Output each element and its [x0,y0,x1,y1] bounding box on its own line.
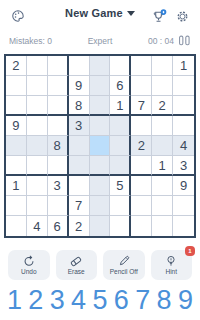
erase-button[interactable]: Erase [56,250,98,280]
cell-r8c2[interactable] [27,196,48,216]
cell-r4c2[interactable] [27,116,48,136]
chevron-down-icon [127,11,135,16]
pencil-button[interactable]: Pencil Off [103,250,145,280]
header: New Game [0,0,200,26]
cell-r8c5[interactable] [90,196,111,216]
numpad: 123456789 [0,280,200,314]
cell-r6c8[interactable]: 1 [152,156,173,176]
cell-r5c4[interactable] [69,136,90,156]
cell-r5c7[interactable]: 2 [131,136,152,156]
pencil-label: Pencil Off [110,268,138,275]
cell-r2c6[interactable]: 6 [110,76,131,96]
hint-label: Hint [165,268,177,275]
cell-r3c6[interactable]: 1 [110,96,131,116]
cell-r1c7[interactable] [131,56,152,76]
cell-r1c2[interactable] [27,56,48,76]
numpad-1[interactable]: 1 [7,287,22,314]
difficulty-label: Expert [88,36,113,46]
cell-r5c8[interactable] [152,136,173,156]
board: 21968172938241313597462 [4,54,196,238]
cell-r1c9[interactable]: 1 [173,56,194,76]
numpad-6[interactable]: 6 [114,287,129,314]
cell-r6c9[interactable]: 3 [173,156,194,176]
cell-r6c6[interactable] [110,156,131,176]
status-bar: Mistakes: 0 Expert 00 : 04 [0,26,200,46]
cell-r4c9[interactable] [173,116,194,136]
cell-r2c4[interactable]: 9 [69,76,90,96]
cell-r4c6[interactable] [110,116,131,136]
numpad-2[interactable]: 2 [28,287,43,314]
cell-r9c2[interactable]: 4 [27,216,48,236]
cell-r3c5[interactable] [90,96,111,116]
numpad-4[interactable]: 4 [71,287,86,314]
numpad-8[interactable]: 8 [157,287,172,314]
cell-r2c1[interactable] [6,76,27,96]
cell-r9c1[interactable] [6,216,27,236]
cell-r6c4[interactable] [69,156,90,176]
pencil-icon [118,255,130,267]
cell-r8c3[interactable] [48,196,69,216]
cell-r2c3[interactable] [48,76,69,96]
cell-r5c1[interactable] [6,136,27,156]
timer-label: 00 : 04 [148,36,174,46]
cell-r2c2[interactable] [27,76,48,96]
cell-r7c4[interactable] [69,176,90,196]
cell-r4c7[interactable] [131,116,152,136]
cell-r8c6[interactable] [110,196,131,216]
cell-r3c3[interactable] [48,96,69,116]
cell-r7c6[interactable]: 5 [110,176,131,196]
cell-r2c5[interactable] [90,76,111,96]
cell-r9c9[interactable] [173,216,194,236]
cell-r9c8[interactable] [152,216,173,236]
cell-r6c2[interactable] [27,156,48,176]
cell-r3c7[interactable]: 7 [131,96,152,116]
cell-r8c7[interactable] [131,196,152,216]
cell-r3c4[interactable]: 8 [69,96,90,116]
cell-r9c3[interactable]: 6 [48,216,69,236]
cell-r6c7[interactable] [131,156,152,176]
toolbar: Undo Erase Pencil Off 1 [0,238,200,280]
cell-r4c4[interactable]: 3 [69,116,90,136]
cell-r9c6[interactable] [110,216,131,236]
cell-r7c5[interactable] [90,176,111,196]
cell-r5c6[interactable] [110,136,131,156]
cell-r6c5[interactable] [90,156,111,176]
cell-r1c6[interactable] [110,56,131,76]
cell-r1c5[interactable] [90,56,111,76]
undo-label: Undo [21,268,37,275]
cell-r7c7[interactable] [131,176,152,196]
cell-r7c8[interactable] [152,176,173,196]
cell-r1c4[interactable] [69,56,90,76]
cell-r7c2[interactable] [27,176,48,196]
erase-label: Erase [68,268,85,275]
cell-r2c9[interactable] [173,76,194,96]
numpad-5[interactable]: 5 [92,287,107,314]
hint-badge: 1 [185,246,195,256]
cell-r8c1[interactable] [6,196,27,216]
numpad-7[interactable]: 7 [135,287,150,314]
pause-icon[interactable] [178,35,191,46]
hint-button[interactable]: 1 Hint [151,250,193,280]
palette-icon[interactable] [11,9,25,23]
lightbulb-icon [165,255,177,267]
cell-r9c4[interactable]: 2 [69,216,90,236]
cell-r3c9[interactable] [173,96,194,116]
cell-r6c1[interactable] [6,156,27,176]
cell-r5c2[interactable] [27,136,48,156]
cell-r4c8[interactable] [152,116,173,136]
cell-r7c1[interactable]: 1 [6,176,27,196]
cell-r4c5[interactable] [90,116,111,136]
cell-r1c1[interactable]: 2 [6,56,27,76]
cell-r9c5[interactable] [90,216,111,236]
cell-r5c5[interactable] [90,136,111,156]
cell-r3c1[interactable] [6,96,27,116]
cell-r2c7[interactable] [131,76,152,96]
mistakes-label: Mistakes: 0 [9,36,52,46]
cell-r1c8[interactable] [152,56,173,76]
numpad-3[interactable]: 3 [50,287,65,314]
cell-r8c8[interactable] [152,196,173,216]
page-title: New Game [65,7,123,19]
cell-r2c8[interactable] [152,76,173,96]
cell-r8c9[interactable] [173,196,194,216]
cell-r6c3[interactable] [48,156,69,176]
cell-r9c7[interactable] [131,216,152,236]
cell-r4c3[interactable] [48,116,69,136]
cell-r7c9[interactable]: 9 [173,176,194,196]
eraser-icon [70,255,82,267]
cell-r3c2[interactable] [27,96,48,116]
undo-button[interactable]: Undo [8,250,50,280]
cell-r8c4[interactable]: 7 [69,196,90,216]
numpad-9[interactable]: 9 [178,287,193,314]
cell-r5c9[interactable]: 4 [173,136,194,156]
cell-r5c3[interactable]: 8 [48,136,69,156]
cell-r4c1[interactable]: 9 [6,116,27,136]
trophy-icon[interactable] [151,9,167,24]
cell-r7c3[interactable]: 3 [48,176,69,196]
gear-icon[interactable] [176,10,189,23]
undo-icon [23,255,35,267]
cell-r1c3[interactable] [48,56,69,76]
cell-r3c8[interactable]: 2 [152,96,173,116]
